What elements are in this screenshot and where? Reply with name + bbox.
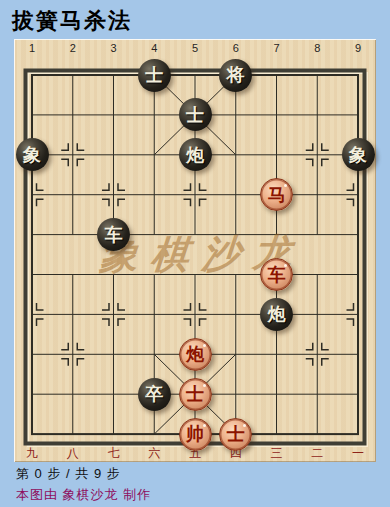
file-label-bottom-2: 八	[62, 445, 84, 462]
file-label-top-4: 4	[143, 42, 165, 54]
piece-black-elephant[interactable]: 象	[342, 138, 375, 171]
file-label-top-1: 1	[21, 42, 43, 54]
piece-black-elephant[interactable]: 象	[16, 138, 49, 171]
file-label-bottom-9: 一	[347, 445, 369, 462]
piece-red-horse[interactable]: 马	[260, 178, 293, 211]
file-label-top-2: 2	[62, 42, 84, 54]
file-label-top-5: 5	[184, 42, 206, 54]
file-label-top-8: 8	[306, 42, 328, 54]
file-label-bottom-4: 六	[143, 445, 165, 462]
piece-black-advisor[interactable]: 士	[138, 59, 171, 92]
piece-red-general[interactable]: 帅	[179, 418, 212, 451]
xiangqi-board[interactable]: 象棋沙龙 123456789 士将士象炮象马车车炮炮卒士帅士 九八七六五四三二一	[14, 39, 376, 462]
file-label-top-3: 3	[103, 42, 125, 54]
piece-red-advisor[interactable]: 士	[179, 378, 212, 411]
move-counter: 第 0 步 / 共 9 步	[16, 465, 121, 483]
credit-text: 本图由 象棋沙龙 制作	[16, 486, 151, 504]
piece-red-chariot[interactable]: 车	[260, 258, 293, 291]
file-label-top-7: 7	[266, 42, 288, 54]
piece-black-cannon[interactable]: 炮	[260, 298, 293, 331]
piece-red-advisor[interactable]: 士	[219, 418, 252, 451]
piece-black-cannon[interactable]: 炮	[179, 138, 212, 171]
file-label-bottom-3: 七	[103, 445, 125, 462]
piece-black-soldier[interactable]: 卒	[138, 378, 171, 411]
piece-black-chariot[interactable]: 车	[97, 218, 130, 251]
piece-black-advisor[interactable]: 士	[179, 98, 212, 131]
file-label-top-9: 9	[347, 42, 369, 54]
piece-red-cannon[interactable]: 炮	[179, 338, 212, 371]
page-background: 拔簧马杀法 象棋沙龙 123456789 士将士象炮象马车车炮炮卒士帅士 九八七…	[0, 0, 390, 507]
file-label-top-6: 6	[225, 42, 247, 54]
file-label-bottom-1: 九	[21, 445, 43, 462]
file-label-bottom-7: 三	[266, 445, 288, 462]
page-title: 拔簧马杀法	[12, 6, 132, 36]
file-label-bottom-8: 二	[306, 445, 328, 462]
piece-black-general[interactable]: 将	[219, 59, 252, 92]
